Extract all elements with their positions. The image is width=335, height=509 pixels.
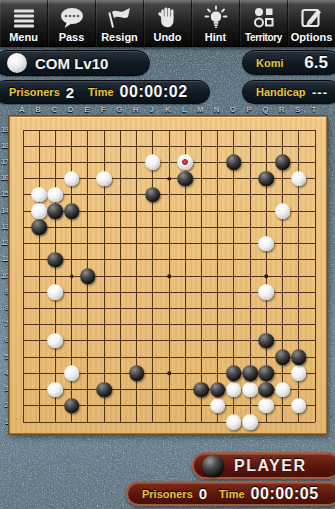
column-label: H <box>130 105 142 115</box>
column-label: O <box>227 105 239 115</box>
column-label: D <box>65 105 77 115</box>
row-label: 12 <box>0 238 8 247</box>
black-stone <box>64 203 80 219</box>
row-label: 11 <box>0 254 8 263</box>
black-stone <box>96 382 112 398</box>
row-label: 6 <box>0 335 8 344</box>
com-time-value: 00:00:02 <box>120 83 188 101</box>
pass-label: Pass <box>59 31 85 44</box>
player-time-value: 00:00:05 <box>251 485 319 503</box>
white-stone <box>291 366 307 382</box>
go-app-screen: Menu Pass Resign Undo Hint <box>0 0 335 509</box>
black-stone <box>259 171 275 187</box>
toolbar: Menu Pass Resign Undo Hint <box>0 0 335 47</box>
black-stone <box>31 220 47 236</box>
menu-icon <box>12 4 36 31</box>
column-label: L <box>178 105 190 115</box>
player-stats-bar: Prisoners 0 Time 00:00:05 <box>126 481 335 506</box>
white-stone <box>48 284 64 300</box>
pass-button[interactable]: Pass <box>48 0 96 46</box>
grid-line-vertical <box>315 130 316 422</box>
resign-label: Resign <box>101 31 138 44</box>
player-prisoners-label: Prisoners <box>142 488 193 500</box>
board-column-labels: ABCDEFGHJKLMNOPQRST <box>9 105 327 115</box>
territory-button[interactable]: Territory <box>240 0 288 46</box>
black-stone <box>80 268 96 284</box>
com-time-label: Time <box>88 86 113 98</box>
board-row-labels: 19181716151413121110987654321 <box>0 116 8 434</box>
checkbox-pencil-icon <box>299 4 324 31</box>
grid-line-horizontal <box>23 422 315 423</box>
white-stone <box>259 398 275 414</box>
row-label: 7 <box>0 319 8 328</box>
black-stone <box>275 349 291 365</box>
undo-label: Undo <box>153 31 181 44</box>
column-label: E <box>81 105 93 115</box>
speech-bubble-icon <box>59 4 85 31</box>
komi-value: 6.5 <box>304 53 328 73</box>
black-stone <box>226 155 242 171</box>
star-point <box>70 274 74 278</box>
player-info-bar: PLAYER <box>192 452 335 479</box>
black-stone <box>259 382 275 398</box>
black-stone <box>275 155 291 171</box>
handicap-bar: Handicap --- <box>242 80 335 104</box>
com-stats-bar: Prisoners 2 Time 00:00:02 <box>0 80 210 104</box>
grid-line-horizontal <box>23 324 315 325</box>
black-stone <box>291 349 307 365</box>
territory-label: Territory <box>245 31 282 44</box>
white-stone <box>48 187 64 203</box>
handicap-value: --- <box>312 85 328 100</box>
row-label: 4 <box>0 368 8 377</box>
black-stone <box>259 333 275 349</box>
column-label: M <box>194 105 206 115</box>
grid-line-vertical <box>217 130 218 422</box>
column-label: P <box>243 105 255 115</box>
white-stone <box>275 203 291 219</box>
com-name: COM Lv10 <box>35 55 108 72</box>
white-stone <box>291 171 307 187</box>
white-stone <box>48 382 64 398</box>
row-label: 1 <box>0 417 8 426</box>
com-info-bar: COM Lv10 <box>0 50 150 76</box>
grid-line-horizontal <box>23 357 315 358</box>
column-label: J <box>146 105 158 115</box>
column-label: B <box>32 105 44 115</box>
komi-bar: Komi 6.5 <box>242 50 335 75</box>
row-label: 8 <box>0 303 8 312</box>
white-stone <box>96 171 112 187</box>
white-stone <box>226 414 242 430</box>
row-label: 2 <box>0 400 8 409</box>
white-stone <box>210 398 226 414</box>
options-label: Options <box>291 31 333 44</box>
column-label: A <box>16 105 28 115</box>
row-label: 18 <box>0 141 8 150</box>
go-board[interactable] <box>9 116 327 434</box>
row-label: 15 <box>0 189 8 198</box>
grid-line-horizontal <box>23 308 315 309</box>
grid-line-vertical <box>282 130 283 422</box>
white-stone <box>64 366 80 382</box>
white-stone <box>242 382 258 398</box>
white-stone <box>259 236 275 252</box>
column-label: F <box>97 105 109 115</box>
grid-line-vertical <box>201 130 202 422</box>
black-stone-icon <box>202 455 224 477</box>
black-stone <box>177 171 193 187</box>
row-label: 19 <box>0 125 8 134</box>
column-label: G <box>113 105 125 115</box>
black-stone <box>64 398 80 414</box>
black-stone <box>145 187 161 203</box>
white-stone-icon <box>7 53 27 73</box>
row-label: 5 <box>0 352 8 361</box>
com-prisoners-label: Prisoners <box>9 86 60 98</box>
komi-label: Komi <box>256 57 284 69</box>
white-stone <box>64 171 80 187</box>
menu-button[interactable]: Menu <box>0 0 48 46</box>
com-prisoners-value: 2 <box>66 84 74 101</box>
column-label: C <box>48 105 60 115</box>
options-button[interactable]: Options <box>288 0 335 46</box>
white-stone <box>242 414 258 430</box>
row-label: 17 <box>0 157 8 166</box>
star-point <box>167 274 171 278</box>
white-stone <box>291 398 307 414</box>
column-label: T <box>308 105 320 115</box>
black-stone <box>242 366 258 382</box>
lightbulb-icon <box>203 4 229 31</box>
row-label: 16 <box>0 173 8 182</box>
column-label: K <box>162 105 174 115</box>
flag-icon <box>107 4 133 31</box>
row-label: 9 <box>0 287 8 296</box>
last-move-marker <box>182 159 188 165</box>
black-stone <box>129 366 145 382</box>
column-label: N <box>211 105 223 115</box>
hand-icon <box>156 4 180 31</box>
column-label: Q <box>259 105 271 115</box>
star-point <box>265 274 269 278</box>
white-stone <box>275 382 291 398</box>
white-stone <box>31 187 47 203</box>
resign-button[interactable]: Resign <box>96 0 144 46</box>
star-point <box>167 177 171 181</box>
black-stone <box>210 382 226 398</box>
undo-button[interactable]: Undo <box>144 0 192 46</box>
white-stone <box>226 382 242 398</box>
territory-shapes-icon <box>251 4 276 31</box>
player-name: PLAYER <box>234 457 306 475</box>
player-time-label: Time <box>219 488 244 500</box>
hint-label: Hint <box>205 31 226 44</box>
black-stone <box>48 203 64 219</box>
white-stone <box>145 155 161 171</box>
hint-button[interactable]: Hint <box>192 0 240 46</box>
white-stone <box>31 203 47 219</box>
black-stone <box>259 366 275 382</box>
black-stone <box>48 252 64 268</box>
white-stone <box>259 284 275 300</box>
column-label: R <box>276 105 288 115</box>
handicap-label: Handicap <box>256 86 306 98</box>
row-label: 3 <box>0 384 8 393</box>
row-label: 13 <box>0 222 8 231</box>
row-label: 14 <box>0 206 8 215</box>
white-stone <box>48 333 64 349</box>
row-label: 10 <box>0 271 8 280</box>
black-stone <box>194 382 210 398</box>
black-stone <box>226 366 242 382</box>
column-label: S <box>292 105 304 115</box>
player-prisoners-value: 0 <box>199 485 207 502</box>
star-point <box>167 372 171 376</box>
menu-label: Menu <box>9 31 38 44</box>
